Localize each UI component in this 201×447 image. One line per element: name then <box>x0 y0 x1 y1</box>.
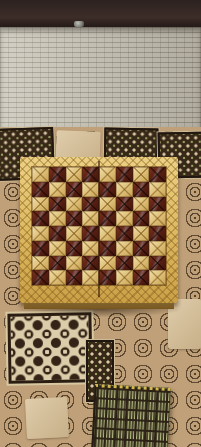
square-c3[interactable] <box>66 241 83 256</box>
square-g7[interactable] <box>133 182 150 197</box>
board-shadow <box>20 309 178 317</box>
square-e8[interactable] <box>99 167 116 182</box>
wicker-panel <box>0 27 201 129</box>
photo-scene <box>0 0 201 447</box>
square-h1[interactable] <box>149 270 166 285</box>
square-b1[interactable] <box>49 270 66 285</box>
square-b7[interactable] <box>49 182 66 197</box>
square-c7[interactable] <box>66 182 83 197</box>
square-a3[interactable] <box>32 241 49 256</box>
square-g3[interactable] <box>133 241 150 256</box>
square-f6[interactable] <box>116 197 133 212</box>
square-e2[interactable] <box>99 256 116 271</box>
square-a7[interactable] <box>32 182 49 197</box>
square-g8[interactable] <box>133 167 150 182</box>
square-h2[interactable] <box>149 256 166 271</box>
square-d6[interactable] <box>82 197 99 212</box>
square-g5[interactable] <box>133 211 150 226</box>
square-b4[interactable] <box>49 226 66 241</box>
square-g6[interactable] <box>133 197 150 212</box>
square-e5[interactable] <box>99 211 116 226</box>
square-a8[interactable] <box>32 167 49 182</box>
square-f8[interactable] <box>116 167 133 182</box>
board-hinge <box>98 161 100 297</box>
square-f3[interactable] <box>116 241 133 256</box>
square-e7[interactable] <box>99 182 116 197</box>
square-b5[interactable] <box>49 211 66 226</box>
square-h7[interactable] <box>149 182 166 197</box>
square-d5[interactable] <box>82 211 99 226</box>
square-e1[interactable] <box>99 270 116 285</box>
square-d1[interactable] <box>82 270 99 285</box>
board-front-edge <box>24 303 174 309</box>
square-b8[interactable] <box>49 167 66 182</box>
square-c4[interactable] <box>66 226 83 241</box>
square-a4[interactable] <box>32 226 49 241</box>
square-a2[interactable] <box>32 256 49 271</box>
square-d7[interactable] <box>82 182 99 197</box>
square-d4[interactable] <box>82 226 99 241</box>
square-h8[interactable] <box>149 167 166 182</box>
square-g4[interactable] <box>133 226 150 241</box>
square-c1[interactable] <box>66 270 83 285</box>
square-b3[interactable] <box>49 241 66 256</box>
square-f7[interactable] <box>116 182 133 197</box>
square-a1[interactable] <box>32 270 49 285</box>
square-c8[interactable] <box>66 167 83 182</box>
square-e3[interactable] <box>99 241 116 256</box>
square-h4[interactable] <box>149 226 166 241</box>
square-e6[interactable] <box>99 197 116 212</box>
square-f5[interactable] <box>116 211 133 226</box>
square-c5[interactable] <box>66 211 83 226</box>
square-c6[interactable] <box>66 197 83 212</box>
sofa-back <box>0 0 201 29</box>
square-f2[interactable] <box>116 256 133 271</box>
square-d2[interactable] <box>82 256 99 271</box>
square-h5[interactable] <box>149 211 166 226</box>
chess-board[interactable] <box>20 157 178 303</box>
square-a5[interactable] <box>32 211 49 226</box>
square-f4[interactable] <box>116 226 133 241</box>
square-g1[interactable] <box>133 270 150 285</box>
square-g2[interactable] <box>133 256 150 271</box>
square-b2[interactable] <box>49 256 66 271</box>
rug-fold-checkered <box>91 384 170 447</box>
square-d3[interactable] <box>82 241 99 256</box>
rug-patch-plain <box>25 397 69 439</box>
square-e4[interactable] <box>99 226 116 241</box>
square-f1[interactable] <box>116 270 133 285</box>
square-a6[interactable] <box>32 197 49 212</box>
square-b6[interactable] <box>49 197 66 212</box>
square-h6[interactable] <box>149 197 166 212</box>
square-c2[interactable] <box>66 256 83 271</box>
square-h3[interactable] <box>149 241 166 256</box>
rug-patch-rosette <box>7 312 92 383</box>
square-d8[interactable] <box>82 167 99 182</box>
